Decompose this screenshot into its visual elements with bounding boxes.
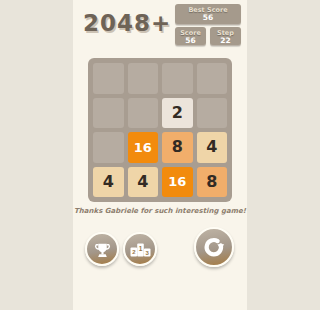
- achievements-button[interactable]: [85, 232, 119, 266]
- leaderboard-button[interactable]: 2 1 3: [123, 232, 157, 266]
- tile-8: 8: [197, 167, 228, 198]
- empty-cell: [128, 63, 159, 94]
- tile-16: 16: [128, 132, 159, 163]
- tile-value: 8: [172, 139, 183, 155]
- tile-value: 2: [172, 105, 183, 121]
- step-value: 22: [210, 37, 241, 45]
- restart-icon: [203, 236, 225, 258]
- score-box: Score 56: [175, 27, 206, 46]
- empty-cell: [93, 63, 124, 94]
- tile-value: 4: [103, 174, 114, 190]
- best-score-value: 56: [175, 14, 241, 22]
- empty-cell: [197, 98, 228, 129]
- restart-button[interactable]: [194, 227, 234, 267]
- app-screen: 2048+ Best Score 56 Score 56 Step 22 216…: [73, 0, 247, 310]
- tile-4: 4: [128, 167, 159, 198]
- empty-cell: [93, 98, 124, 129]
- empty-cell: [162, 63, 193, 94]
- tile-16: 16: [162, 167, 193, 198]
- podium-icon: 2 1 3: [130, 241, 151, 258]
- svg-text:1: 1: [138, 244, 142, 251]
- tile-4: 4: [93, 167, 124, 198]
- credits-message: Thanks Gabriele for such interesting gam…: [73, 207, 247, 215]
- tile-8: 8: [162, 132, 193, 163]
- tile-2: 2: [162, 98, 193, 129]
- trophy-icon: [93, 241, 112, 258]
- score-value: 56: [175, 37, 206, 45]
- tile-value: 4: [206, 139, 217, 155]
- empty-cell: [197, 63, 228, 94]
- app-logo: 2048+: [83, 10, 171, 36]
- tile-4: 4: [197, 132, 228, 163]
- tile-value: 16: [134, 141, 152, 154]
- board-grid[interactable]: 2168444168: [88, 58, 232, 202]
- tile-value: 4: [137, 174, 148, 190]
- tile-value: 8: [206, 174, 217, 190]
- empty-cell: [128, 98, 159, 129]
- best-score-box: Best Score 56: [175, 4, 241, 25]
- empty-cell: [93, 132, 124, 163]
- step-box: Step 22: [210, 27, 241, 46]
- tile-value: 16: [168, 175, 186, 188]
